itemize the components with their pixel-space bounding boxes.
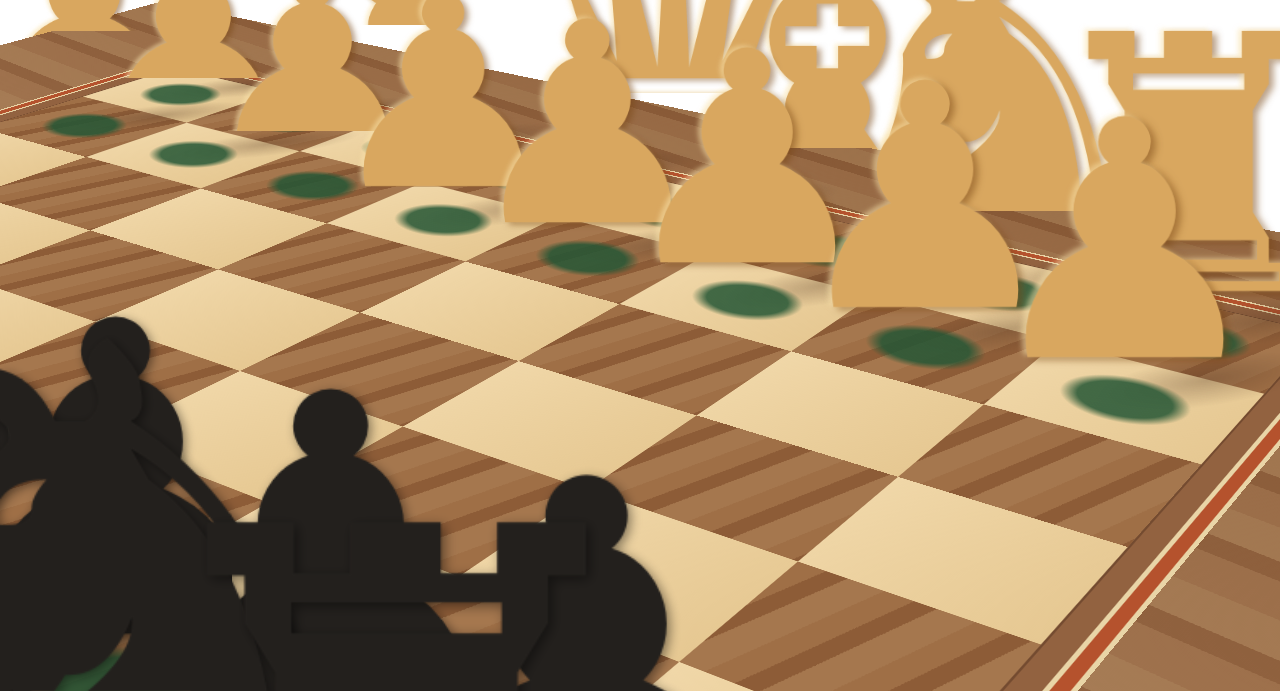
perspective-wrapper: ♜♞♝♚♛♝♞♜♟♟♟♟♟♟♟♟♟♟♟♟♟♟♟♟♜♞♝♚♛♝♞♜ xyxy=(0,25,880,691)
board-field[interactable]: ♜♞♝♚♛♝♞♜♟♟♟♟♟♟♟♟♟♟♟♟♟♟♟♟♜♞♝♚♛♝♞♜ xyxy=(0,68,1280,691)
chess-set-photo: ♜♞♝♚♛♝♞♜♟♟♟♟♟♟♟♟♟♟♟♟♟♟♟♟♜♞♝♚♛♝♞♜ xyxy=(0,0,1280,691)
black-rook-a8[interactable]: ♜ xyxy=(95,461,699,691)
chess-board: ♜♞♝♚♛♝♞♜♟♟♟♟♟♟♟♟♟♟♟♟♟♟♟♟♜♞♝♚♛♝♞♜ xyxy=(0,1,1280,691)
white-pawn-a2[interactable]: ♟ xyxy=(977,85,1273,399)
